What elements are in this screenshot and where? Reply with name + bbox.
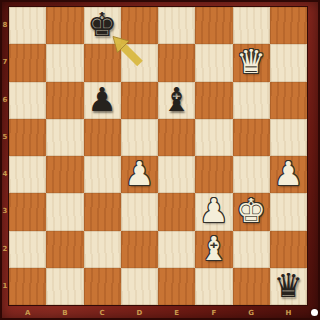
square-e2[interactable] [158, 231, 195, 268]
square-d6[interactable] [121, 82, 158, 119]
square-e1[interactable] [158, 268, 195, 305]
rank-label-8: 8 [0, 21, 10, 30]
black-pawn[interactable]: ♟ [87, 83, 117, 116]
square-f8[interactable] [195, 7, 232, 44]
square-h2[interactable] [270, 231, 307, 268]
chess-board: ♚♛♟♝♟♟♟♚♝♛ [9, 7, 307, 305]
square-b8[interactable] [46, 7, 83, 44]
square-f7[interactable] [195, 44, 232, 81]
black-king[interactable]: ♚ [87, 8, 117, 41]
file-label-f: F [209, 309, 219, 318]
square-c3[interactable] [84, 193, 121, 230]
square-e8[interactable] [158, 7, 195, 44]
square-f3[interactable]: ♟ [195, 193, 232, 230]
square-a4[interactable] [9, 156, 46, 193]
rank-label-7: 7 [0, 58, 10, 67]
square-d3[interactable] [121, 193, 158, 230]
square-d4[interactable]: ♟ [121, 156, 158, 193]
square-a5[interactable] [9, 119, 46, 156]
square-h6[interactable] [270, 82, 307, 119]
square-d7[interactable] [121, 44, 158, 81]
square-f2[interactable]: ♝ [195, 231, 232, 268]
square-c5[interactable] [84, 119, 121, 156]
square-g8[interactable] [233, 7, 270, 44]
square-e3[interactable] [158, 193, 195, 230]
square-e6[interactable]: ♝ [158, 82, 195, 119]
file-label-e: E [172, 309, 182, 318]
square-d8[interactable] [121, 7, 158, 44]
board-frame: ♚♛♟♝♟♟♟♚♝♛ 87654321ABCDEFGH [0, 0, 320, 320]
square-b6[interactable] [46, 82, 83, 119]
square-d2[interactable] [121, 231, 158, 268]
square-b7[interactable] [46, 44, 83, 81]
square-h3[interactable] [270, 193, 307, 230]
rank-label-2: 2 [0, 245, 10, 254]
rank-label-1: 1 [0, 282, 10, 291]
square-g7[interactable]: ♛ [233, 44, 270, 81]
square-c7[interactable] [84, 44, 121, 81]
square-e7[interactable] [158, 44, 195, 81]
square-h4[interactable]: ♟ [270, 156, 307, 193]
rank-label-5: 5 [0, 133, 10, 142]
rank-label-4: 4 [0, 170, 10, 179]
black-bishop[interactable]: ♝ [162, 83, 192, 116]
file-label-a: A [23, 309, 33, 318]
file-label-g: G [246, 309, 256, 318]
white-bishop[interactable]: ♝ [199, 232, 229, 265]
square-f1[interactable] [195, 268, 232, 305]
square-a3[interactable] [9, 193, 46, 230]
black-queen[interactable]: ♛ [274, 269, 304, 302]
square-b4[interactable] [46, 156, 83, 193]
white-king[interactable]: ♚ [236, 194, 266, 227]
square-h7[interactable] [270, 44, 307, 81]
square-a7[interactable] [9, 44, 46, 81]
square-g1[interactable] [233, 268, 270, 305]
square-d5[interactable] [121, 119, 158, 156]
rank-label-3: 3 [0, 207, 10, 216]
file-label-c: C [97, 309, 107, 318]
square-e5[interactable] [158, 119, 195, 156]
white-pawn[interactable]: ♟ [125, 157, 155, 190]
square-c2[interactable] [84, 231, 121, 268]
square-a6[interactable] [9, 82, 46, 119]
square-c1[interactable] [84, 268, 121, 305]
white-to-move-indicator [311, 309, 318, 316]
square-f4[interactable] [195, 156, 232, 193]
square-f5[interactable] [195, 119, 232, 156]
square-g3[interactable]: ♚ [233, 193, 270, 230]
square-g4[interactable] [233, 156, 270, 193]
square-h8[interactable] [270, 7, 307, 44]
rank-label-6: 6 [0, 96, 10, 105]
file-label-d: D [134, 309, 144, 318]
file-label-b: B [60, 309, 70, 318]
white-queen[interactable]: ♛ [236, 45, 266, 78]
square-e4[interactable] [158, 156, 195, 193]
square-c6[interactable]: ♟ [84, 82, 121, 119]
square-c8[interactable]: ♚ [84, 7, 121, 44]
square-f6[interactable] [195, 82, 232, 119]
square-a2[interactable] [9, 231, 46, 268]
square-a1[interactable] [9, 268, 46, 305]
white-pawn[interactable]: ♟ [199, 194, 229, 227]
square-b2[interactable] [46, 231, 83, 268]
square-b1[interactable] [46, 268, 83, 305]
square-g6[interactable] [233, 82, 270, 119]
square-h1[interactable]: ♛ [270, 268, 307, 305]
white-pawn[interactable]: ♟ [274, 157, 304, 190]
square-g2[interactable] [233, 231, 270, 268]
square-h5[interactable] [270, 119, 307, 156]
square-d1[interactable] [121, 268, 158, 305]
file-label-h: H [283, 309, 293, 318]
square-c4[interactable] [84, 156, 121, 193]
square-b3[interactable] [46, 193, 83, 230]
square-a8[interactable] [9, 7, 46, 44]
square-b5[interactable] [46, 119, 83, 156]
square-g5[interactable] [233, 119, 270, 156]
